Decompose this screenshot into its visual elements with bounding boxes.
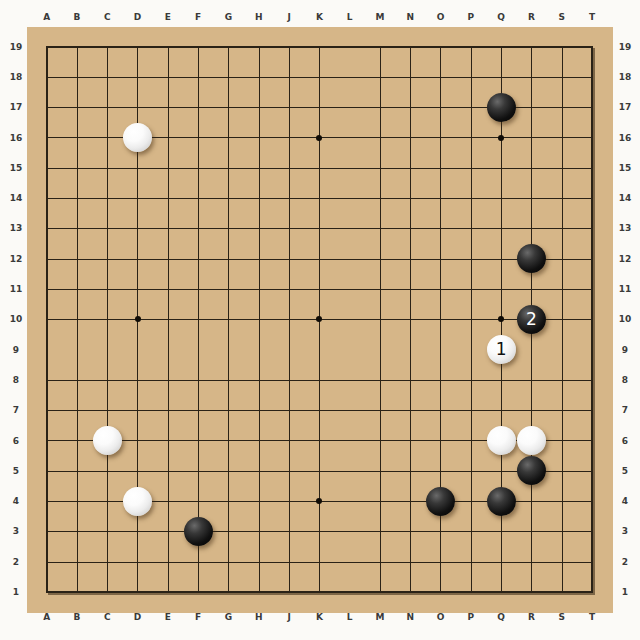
move-number-2: 2 — [526, 311, 537, 328]
coord-row-left-14: 14 — [4, 183, 28, 213]
coord-col-top-F: F — [183, 12, 213, 23]
coord-col-bottom-A: A — [32, 612, 62, 623]
coord-row-right-1: 1 — [613, 577, 637, 607]
coord-row-right-15: 15 — [613, 153, 637, 183]
coord-row-left-5: 5 — [4, 456, 28, 486]
coord-col-bottom-O: O — [425, 612, 455, 623]
coord-row-right-3: 3 — [613, 516, 637, 546]
coord-col-bottom-S: S — [547, 612, 577, 623]
coord-col-bottom-H: H — [244, 612, 274, 623]
white-stone-Q6[interactable] — [487, 426, 516, 455]
coord-col-top-K: K — [304, 12, 334, 23]
coord-row-left-10: 10 — [4, 304, 28, 334]
white-stone-Q9[interactable]: 1 — [487, 335, 516, 364]
black-stone-O4[interactable] — [426, 487, 455, 516]
coord-row-left-8: 8 — [4, 365, 28, 395]
star-point-Q16 — [498, 135, 504, 141]
black-stone-R12[interactable] — [517, 244, 546, 273]
coord-row-right-13: 13 — [613, 213, 637, 243]
coord-row-right-2: 2 — [613, 547, 637, 577]
star-point-D10 — [135, 316, 141, 322]
coord-col-top-P: P — [456, 12, 486, 23]
coord-col-bottom-C: C — [92, 612, 122, 623]
coord-col-bottom-T: T — [577, 612, 607, 623]
coord-col-top-A: A — [32, 12, 62, 23]
black-stone-R10[interactable]: 2 — [517, 305, 546, 334]
coord-row-right-9: 9 — [613, 335, 637, 365]
page: ABCDEFGHJKLMNOPQRST ABCDEFGHJKLMNOPQRST … — [0, 0, 640, 640]
coord-row-left-11: 11 — [4, 274, 28, 304]
coord-col-bottom-N: N — [395, 612, 425, 623]
move-number-1: 1 — [496, 341, 507, 358]
coordinates-bottom: ABCDEFGHJKLMNOPQRST — [32, 612, 608, 623]
coord-row-right-8: 8 — [613, 365, 637, 395]
coord-col-top-R: R — [516, 12, 546, 23]
white-stone-R6[interactable] — [517, 426, 546, 455]
black-stone-F3[interactable] — [184, 517, 213, 546]
coord-col-top-N: N — [395, 12, 425, 23]
coord-col-bottom-J: J — [274, 612, 304, 623]
coord-col-top-Q: Q — [486, 12, 516, 23]
coord-row-right-5: 5 — [613, 456, 637, 486]
coord-col-top-M: M — [365, 12, 395, 23]
coord-row-right-18: 18 — [613, 62, 637, 92]
coord-col-top-C: C — [92, 12, 122, 23]
coord-row-left-15: 15 — [4, 153, 28, 183]
coord-col-bottom-D: D — [122, 612, 152, 623]
coord-row-left-17: 17 — [4, 92, 28, 122]
coord-col-top-B: B — [62, 12, 92, 23]
coordinates-left: 19181716151413121110987654321 — [4, 32, 28, 608]
coord-col-bottom-P: P — [456, 612, 486, 623]
coord-row-right-7: 7 — [613, 395, 637, 425]
coord-col-top-L: L — [335, 12, 365, 23]
coord-col-bottom-B: B — [62, 612, 92, 623]
coord-row-left-6: 6 — [4, 425, 28, 455]
board-area: 21 — [32, 32, 608, 608]
coordinates-right: 19181716151413121110987654321 — [613, 32, 637, 608]
coord-row-right-17: 17 — [613, 92, 637, 122]
coord-row-right-19: 19 — [613, 32, 637, 62]
coord-row-right-12: 12 — [613, 244, 637, 274]
star-point-K4 — [316, 498, 322, 504]
coord-row-right-16: 16 — [613, 122, 637, 152]
coordinates-top: ABCDEFGHJKLMNOPQRST — [32, 12, 608, 23]
coord-row-left-2: 2 — [4, 547, 28, 577]
coord-col-bottom-L: L — [335, 612, 365, 623]
coord-col-bottom-Q: Q — [486, 612, 516, 623]
white-stone-D16[interactable] — [123, 123, 152, 152]
coord-row-left-3: 3 — [4, 516, 28, 546]
coord-row-left-16: 16 — [4, 122, 28, 152]
coord-row-right-11: 11 — [613, 274, 637, 304]
white-stone-D4[interactable] — [123, 487, 152, 516]
coord-col-top-H: H — [244, 12, 274, 23]
star-point-K16 — [316, 135, 322, 141]
coord-row-right-14: 14 — [613, 183, 637, 213]
star-point-K10 — [316, 316, 322, 322]
black-stone-Q17[interactable] — [487, 93, 516, 122]
coord-col-bottom-E: E — [153, 612, 183, 623]
coord-row-right-4: 4 — [613, 486, 637, 516]
coord-col-top-E: E — [153, 12, 183, 23]
coord-row-left-13: 13 — [4, 213, 28, 243]
coord-col-top-G: G — [213, 12, 243, 23]
coord-col-top-S: S — [547, 12, 577, 23]
coord-row-right-6: 6 — [613, 425, 637, 455]
coord-row-left-9: 9 — [4, 335, 28, 365]
coord-row-left-12: 12 — [4, 244, 28, 274]
coord-col-bottom-K: K — [304, 612, 334, 623]
coord-col-bottom-M: M — [365, 612, 395, 623]
coord-row-left-1: 1 — [4, 577, 28, 607]
black-stone-R5[interactable] — [517, 456, 546, 485]
coord-row-right-10: 10 — [613, 304, 637, 334]
coord-col-top-D: D — [122, 12, 152, 23]
black-stone-Q4[interactable] — [487, 487, 516, 516]
coord-row-left-7: 7 — [4, 395, 28, 425]
coord-row-left-18: 18 — [4, 62, 28, 92]
coord-col-bottom-G: G — [213, 612, 243, 623]
white-stone-C6[interactable] — [93, 426, 122, 455]
coord-col-top-J: J — [274, 12, 304, 23]
coord-row-left-19: 19 — [4, 32, 28, 62]
coord-row-left-4: 4 — [4, 486, 28, 516]
coord-col-top-O: O — [425, 12, 455, 23]
coord-col-bottom-R: R — [516, 612, 546, 623]
coord-col-top-T: T — [577, 12, 607, 23]
star-point-Q10 — [498, 316, 504, 322]
coord-col-bottom-F: F — [183, 612, 213, 623]
board-intersections[interactable]: 21 — [32, 32, 608, 608]
